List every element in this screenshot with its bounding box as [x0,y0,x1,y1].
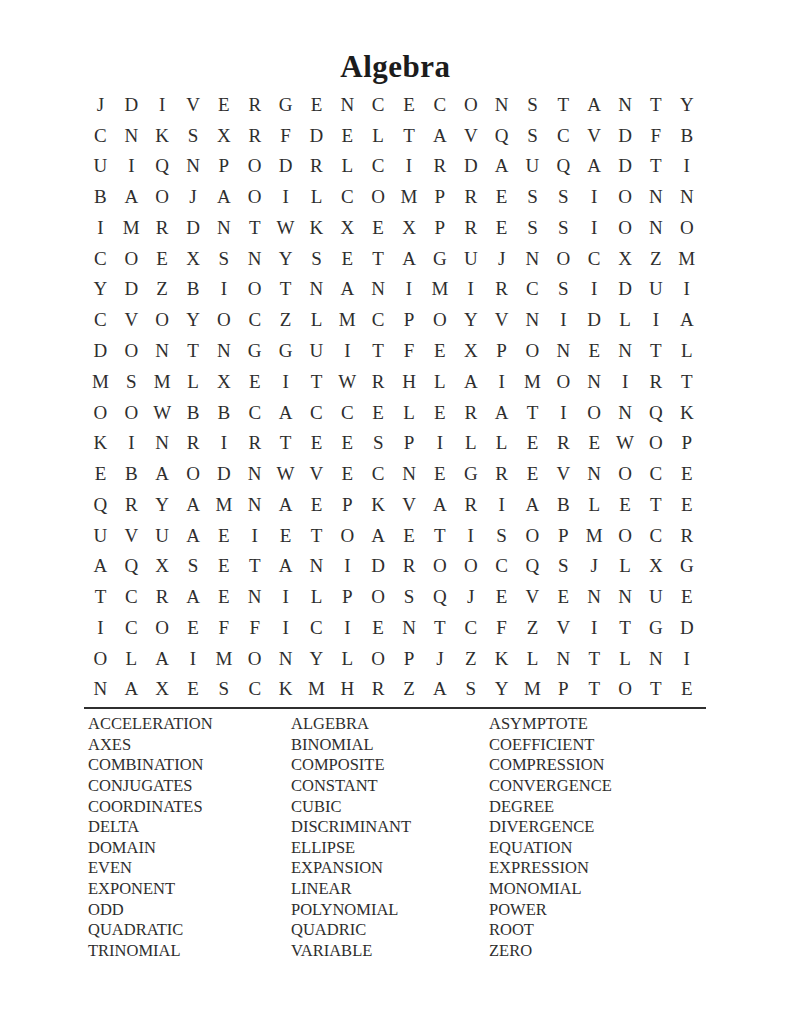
grid-cell: N [610,335,641,366]
grid-cell: N [239,581,270,612]
grid-cell: B [671,120,702,151]
grid-cell: Q [424,581,455,612]
grid-cell: O [239,643,270,674]
grid-cell: E [579,427,610,458]
grid-cell: I [579,612,610,643]
grid-cell: S [455,674,486,705]
word-list-item: VARIABLE [291,941,489,962]
grid-cell: C [116,612,147,643]
grid-cell: W [332,366,363,397]
grid-cell: M [579,520,610,551]
grid-cell: P [548,520,579,551]
grid-cell: C [363,458,394,489]
grid-cell: E [579,335,610,366]
grid-cell: D [208,458,239,489]
grid-cell: L [610,550,641,581]
grid-cell: O [239,274,270,305]
grid-cell: D [455,151,486,182]
word-list-item: DIVERGENCE [489,817,689,838]
grid-cell: F [486,612,517,643]
grid-cell: O [610,674,641,705]
grid-cell: T [640,151,671,182]
grid-cell: V [301,458,332,489]
grid-cell: A [671,304,702,335]
grid-cell: Q [548,151,579,182]
grid-cell: N [301,274,332,305]
grid-cell: E [548,581,579,612]
grid-cell: F [239,612,270,643]
grid-cell: O [363,581,394,612]
grid-cell: O [424,550,455,581]
grid-cell: N [517,243,548,274]
grid-cell: R [239,120,270,151]
grid-cell: N [394,612,425,643]
grid-cell: V [455,120,486,151]
grid-cell: X [610,243,641,274]
grid-cell: E [394,89,425,120]
grid-cell: E [239,366,270,397]
grid-cell: G [671,550,702,581]
grid-cell: X [455,335,486,366]
word-list-item: DELTA [88,817,291,838]
grid-cell: V [517,581,548,612]
grid-cell: M [208,643,239,674]
grid-cell: I [671,274,702,305]
grid-cell: L [455,427,486,458]
grid-cell: D [178,212,209,243]
grid-cell: C [363,89,394,120]
grid-cell: B [116,458,147,489]
grid-cell: T [671,366,702,397]
word-list-item: DISCRIMINANT [291,817,489,838]
grid-cell: O [332,520,363,551]
grid-cell: T [548,89,579,120]
grid-cell: N [610,581,641,612]
grid-cell: E [301,427,332,458]
grid-cell: N [640,181,671,212]
grid-cell: Z [640,243,671,274]
grid-cell: D [116,89,147,120]
grid-cell: O [208,304,239,335]
grid-cell: S [548,550,579,581]
grid-cell: S [208,674,239,705]
grid-cell: I [579,274,610,305]
grid-cell: I [486,489,517,520]
grid-cell: N [147,335,178,366]
grid-cell: N [394,458,425,489]
word-list-item: COMPOSITE [291,755,489,776]
grid-cell: I [671,643,702,674]
grid-cell: E [610,489,641,520]
grid-cell: R [455,212,486,243]
grid-cell: E [85,458,116,489]
grid-cell: O [147,181,178,212]
word-list-item: CONVERGENCE [489,776,689,797]
grid-cell: O [610,458,641,489]
grid-cell: X [147,674,178,705]
grid-cell: V [116,520,147,551]
grid-cell: B [548,489,579,520]
grid-cell: R [239,427,270,458]
grid-cell: M [424,274,455,305]
grid-cell: E [147,243,178,274]
grid-cell: T [579,643,610,674]
grid-cell: I [147,89,178,120]
grid-cell: T [640,335,671,366]
grid-cell: O [640,427,671,458]
grid-cell: R [486,458,517,489]
grid-cell: R [394,550,425,581]
grid-cell: N [208,335,239,366]
grid-cell: T [178,335,209,366]
grid-cell: N [178,151,209,182]
grid-cell: E [270,520,301,551]
word-search-grid: JDIVERGENCECONSTANTYCNKSXRFDELTAVQSCVDFB… [85,89,702,704]
grid-cell: Y [301,643,332,674]
grid-cell: I [239,520,270,551]
grid-cell: G [270,89,301,120]
grid-cell: E [517,458,548,489]
grid-cell: R [178,427,209,458]
grid-cell: A [579,151,610,182]
grid-cell: W [270,212,301,243]
grid-cell: S [517,89,548,120]
grid-cell: W [147,397,178,428]
word-list-item: MONOMIAL [489,879,689,900]
grid-cell: R [301,151,332,182]
grid-cell: L [579,489,610,520]
word-list-item: AXES [88,735,291,756]
grid-cell: N [579,458,610,489]
grid-cell: S [517,181,548,212]
grid-cell: C [239,397,270,428]
grid-cell: O [116,243,147,274]
word-list-item: ASYMPTOTE [489,714,689,735]
grid-cell: O [610,181,641,212]
grid-cell: T [517,397,548,428]
grid-cell: U [455,243,486,274]
grid-cell: L [332,151,363,182]
word-list-item: EVEN [88,858,291,879]
grid-cell: T [640,674,671,705]
grid-cell: M [332,304,363,335]
grid-cell: T [424,520,455,551]
grid-cell: L [116,643,147,674]
grid-cell: T [270,274,301,305]
grid-cell: S [548,212,579,243]
grid-cell: E [208,550,239,581]
grid-cell: N [579,581,610,612]
grid-cell: U [640,274,671,305]
grid-cell: E [178,612,209,643]
word-list-item: EXPONENT [88,879,291,900]
grid-cell: O [671,212,702,243]
word-list-item: DEGREE [489,797,689,818]
grid-cell: E [178,674,209,705]
grid-cell: E [208,520,239,551]
grid-cell: V [394,489,425,520]
grid-cell: E [301,489,332,520]
grid-cell: S [548,181,579,212]
word-list-item: COORDINATES [88,797,291,818]
grid-cell: K [85,427,116,458]
grid-cell: S [178,120,209,151]
grid-cell: A [394,243,425,274]
grid-cell: I [455,274,486,305]
grid-cell: E [671,489,702,520]
grid-cell: B [178,397,209,428]
grid-cell: M [147,366,178,397]
grid-cell: A [270,397,301,428]
grid-cell: I [116,427,147,458]
grid-cell: O [455,89,486,120]
grid-cell: O [363,181,394,212]
grid-cell: D [610,274,641,305]
grid-cell: D [85,335,116,366]
grid-cell: I [270,612,301,643]
grid-cell: O [579,397,610,428]
grid-cell: T [640,489,671,520]
grid-cell: Y [455,304,486,335]
grid-cell: U [147,520,178,551]
grid-cell: L [671,335,702,366]
word-list-item: TRINOMIAL [88,941,291,962]
grid-cell: V [486,304,517,335]
grid-cell: F [394,335,425,366]
grid-cell: H [394,366,425,397]
grid-cell: U [301,335,332,366]
grid-cell: P [394,427,425,458]
grid-cell: N [363,274,394,305]
grid-cell: E [363,212,394,243]
grid-cell: L [301,181,332,212]
grid-cell: C [517,274,548,305]
grid-cell: G [270,335,301,366]
word-list-item: POLYNOMIAL [291,900,489,921]
grid-cell: N [239,489,270,520]
grid-cell: A [424,120,455,151]
grid-cell: C [455,612,486,643]
grid-cell: K [301,212,332,243]
grid-cell: N [116,120,147,151]
grid-cell: X [640,550,671,581]
grid-cell: N [85,674,116,705]
grid-cell: I [610,366,641,397]
word-list-item: ELLIPSE [291,838,489,859]
grid-cell: N [486,89,517,120]
puzzle-title: Algebra [0,49,791,85]
grid-cell: E [301,89,332,120]
grid-cell: C [85,243,116,274]
word-list-item: ROOT [489,920,689,941]
grid-cell: B [208,397,239,428]
grid-cell: A [363,520,394,551]
grid-cell: E [671,674,702,705]
grid-cell: K [147,120,178,151]
word-list-item: DOMAIN [88,838,291,859]
grid-cell: A [270,550,301,581]
grid-cell: O [147,304,178,335]
grid-cell: A [178,489,209,520]
grid-cell: Z [394,674,425,705]
grid-cell: T [640,89,671,120]
grid-cell: C [239,674,270,705]
grid-cell: Q [85,489,116,520]
grid-cell: G [640,612,671,643]
word-list-item: POWER [489,900,689,921]
word-list: ACCELERATIONAXESCOMBINATIONCONJUGATESCOO… [88,714,689,962]
grid-cell: N [239,458,270,489]
grid-cell: C [301,397,332,428]
grid-cell: D [671,612,702,643]
grid-cell: T [301,366,332,397]
grid-cell: E [671,458,702,489]
grid-cell: Q [116,550,147,581]
grid-cell: P [424,212,455,243]
grid-cell: N [517,304,548,335]
grid-cell: R [548,427,579,458]
grid-cell: B [178,274,209,305]
grid-cell: E [208,581,239,612]
grid-cell: K [671,397,702,428]
grid-cell: M [517,366,548,397]
grid-cell: U [517,151,548,182]
grid-cell: X [147,550,178,581]
word-list-item: CONSTANT [291,776,489,797]
grid-cell: P [486,335,517,366]
grid-cell: N [579,366,610,397]
grid-cell: E [363,397,394,428]
grid-cell: O [424,304,455,335]
grid-cell: I [178,643,209,674]
word-list-item: CUBIC [291,797,489,818]
grid-cell: V [548,458,579,489]
grid-cell: S [301,243,332,274]
grid-cell: P [394,304,425,335]
grid-cell: W [270,458,301,489]
grid-cell: C [640,458,671,489]
grid-cell: A [147,643,178,674]
grid-cell: O [548,243,579,274]
grid-cell: R [671,520,702,551]
grid-cell: T [363,243,394,274]
grid-cell: R [455,181,486,212]
grid-cell: I [548,397,579,428]
grid-cell: Z [455,643,486,674]
grid-cell: A [486,397,517,428]
grid-cell: T [363,335,394,366]
grid-cell: C [332,181,363,212]
grid-cell: P [332,581,363,612]
grid-cell: S [517,120,548,151]
grid-cell: E [486,581,517,612]
grid-cell: R [363,674,394,705]
word-list-item: ODD [88,900,291,921]
grid-cell: S [394,581,425,612]
grid-cell: C [486,550,517,581]
grid-cell: T [270,427,301,458]
grid-cell: F [208,612,239,643]
separator-line [84,707,706,709]
grid-cell: O [548,366,579,397]
grid-cell: J [486,243,517,274]
word-list-item: BINOMIAL [291,735,489,756]
grid-cell: X [332,212,363,243]
grid-cell: S [178,550,209,581]
grid-cell: I [394,151,425,182]
grid-cell: A [116,674,147,705]
grid-cell: I [640,304,671,335]
grid-cell: O [239,151,270,182]
grid-cell: A [178,520,209,551]
grid-cell: N [610,89,641,120]
grid-cell: I [424,427,455,458]
grid-cell: P [208,151,239,182]
grid-cell: O [85,643,116,674]
grid-cell: L [178,366,209,397]
grid-cell: J [579,550,610,581]
grid-cell: T [239,212,270,243]
grid-cell: E [332,427,363,458]
grid-cell: Q [517,550,548,581]
grid-cell: E [486,181,517,212]
grid-cell: N [239,243,270,274]
grid-cell: S [363,427,394,458]
grid-cell: G [239,335,270,366]
grid-cell: M [208,489,239,520]
grid-cell: C [85,304,116,335]
grid-cell: C [116,581,147,612]
grid-cell: V [178,89,209,120]
grid-cell: T [85,581,116,612]
grid-cell: C [301,612,332,643]
word-list-item: ACCELERATION [88,714,291,735]
grid-cell: Z [147,274,178,305]
grid-cell: N [671,181,702,212]
grid-cell: K [363,489,394,520]
grid-cell: P [332,489,363,520]
grid-cell: E [671,581,702,612]
grid-cell: I [270,581,301,612]
grid-cell: I [116,151,147,182]
grid-cell: A [208,181,239,212]
grid-cell: C [424,89,455,120]
grid-cell: M [116,212,147,243]
grid-cell: N [270,643,301,674]
grid-cell: Y [486,674,517,705]
grid-cell: V [548,612,579,643]
grid-cell: Y [178,304,209,335]
grid-cell: A [424,674,455,705]
grid-cell: T [424,612,455,643]
grid-cell: J [455,581,486,612]
grid-cell: I [486,366,517,397]
word-list-item: ALGEBRA [291,714,489,735]
grid-cell: L [394,397,425,428]
grid-cell: L [332,643,363,674]
grid-cell: C [85,120,116,151]
grid-cell: L [301,581,332,612]
grid-cell: X [394,212,425,243]
word-list-item: COMBINATION [88,755,291,776]
grid-cell: E [424,335,455,366]
grid-cell: L [610,643,641,674]
grid-cell: G [424,243,455,274]
word-list-item: ZERO [489,941,689,962]
grid-cell: I [579,212,610,243]
grid-cell: Y [147,489,178,520]
grid-cell: Z [270,304,301,335]
